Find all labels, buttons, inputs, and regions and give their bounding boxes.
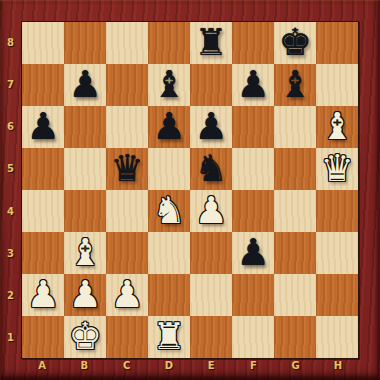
square-c6[interactable] [106,106,148,148]
black-knight-e5: ♞ [194,150,227,187]
square-h7[interactable] [316,64,358,106]
square-d2[interactable] [148,274,190,316]
square-d6[interactable]: ♟ [148,106,190,148]
black-pawn-f3: ♟ [236,234,269,271]
square-a4[interactable] [22,190,64,232]
square-g1[interactable] [274,316,316,358]
square-f4[interactable] [232,190,274,232]
square-g2[interactable] [274,274,316,316]
black-pawn-d6: ♟ [152,108,185,145]
square-e3[interactable] [190,232,232,274]
rank-label-4: 4 [0,190,21,232]
square-g6[interactable] [274,106,316,148]
rank-label-6: 6 [0,106,21,148]
rank-label-1: 1 [0,317,21,359]
square-h3[interactable] [316,232,358,274]
square-g5[interactable] [274,148,316,190]
chess-diagram: 87654321 ABCDEFGH ♜♚♟♝♟♝♟♟♟♝♛♞♛♞♟♝♟♟♟♟♚♜ [0,0,380,380]
black-bishop-d7: ♝ [152,66,185,103]
square-h6[interactable]: ♝ [316,106,358,148]
square-c3[interactable] [106,232,148,274]
file-label-f: F [232,357,274,373]
white-bishop-b3: ♝ [68,234,101,271]
rank-label-5: 5 [0,148,21,190]
white-bishop-h6: ♝ [320,108,353,145]
square-h4[interactable] [316,190,358,232]
square-h5[interactable]: ♛ [316,148,358,190]
file-label-a: A [21,357,63,373]
file-label-c: C [106,357,148,373]
square-f3[interactable]: ♟ [232,232,274,274]
square-a8[interactable] [22,22,64,64]
rank-label-7: 7 [0,63,21,105]
square-d8[interactable] [148,22,190,64]
square-a2[interactable]: ♟ [22,274,64,316]
black-pawn-b7: ♟ [68,66,101,103]
square-b1[interactable]: ♚ [64,316,106,358]
square-f6[interactable] [232,106,274,148]
black-queen-c5: ♛ [110,150,143,187]
white-pawn-e4: ♟ [194,192,227,229]
square-e1[interactable] [190,316,232,358]
square-b8[interactable] [64,22,106,64]
square-f8[interactable] [232,22,274,64]
square-g7[interactable]: ♝ [274,64,316,106]
square-b5[interactable] [64,148,106,190]
white-queen-h5: ♛ [320,150,353,187]
chess-board: ♜♚♟♝♟♝♟♟♟♝♛♞♛♞♟♝♟♟♟♟♚♜ [21,21,359,359]
rank-label-2: 2 [0,275,21,317]
rank-labels: 87654321 [0,21,21,359]
file-labels: ABCDEFGH [21,357,359,373]
square-h2[interactable] [316,274,358,316]
square-a3[interactable] [22,232,64,274]
white-pawn-c2: ♟ [110,276,143,313]
square-b7[interactable]: ♟ [64,64,106,106]
square-b4[interactable] [64,190,106,232]
square-e6[interactable]: ♟ [190,106,232,148]
square-g8[interactable]: ♚ [274,22,316,64]
square-c5[interactable]: ♛ [106,148,148,190]
square-e5[interactable]: ♞ [190,148,232,190]
square-h1[interactable] [316,316,358,358]
square-h8[interactable] [316,22,358,64]
file-label-b: B [63,357,105,373]
rank-label-8: 8 [0,21,21,63]
white-knight-d4: ♞ [152,192,185,229]
square-f1[interactable] [232,316,274,358]
black-pawn-f7: ♟ [236,66,269,103]
square-g3[interactable] [274,232,316,274]
square-e8[interactable]: ♜ [190,22,232,64]
file-label-e: E [190,357,232,373]
square-b2[interactable]: ♟ [64,274,106,316]
square-a5[interactable] [22,148,64,190]
square-f7[interactable]: ♟ [232,64,274,106]
file-label-g: G [275,357,317,373]
white-rook-d1: ♜ [152,318,185,355]
square-d5[interactable] [148,148,190,190]
square-a7[interactable] [22,64,64,106]
square-b3[interactable]: ♝ [64,232,106,274]
square-b6[interactable] [64,106,106,148]
square-c7[interactable] [106,64,148,106]
black-bishop-g7: ♝ [278,66,311,103]
square-c1[interactable] [106,316,148,358]
square-c8[interactable] [106,22,148,64]
square-f2[interactable] [232,274,274,316]
white-pawn-b2: ♟ [68,276,101,313]
black-king-g8: ♚ [278,24,311,61]
black-pawn-e6: ♟ [194,108,227,145]
square-e4[interactable]: ♟ [190,190,232,232]
square-d7[interactable]: ♝ [148,64,190,106]
square-d3[interactable] [148,232,190,274]
white-pawn-a2: ♟ [26,276,59,313]
square-a6[interactable]: ♟ [22,106,64,148]
square-d4[interactable]: ♞ [148,190,190,232]
square-c4[interactable] [106,190,148,232]
file-label-d: D [148,357,190,373]
square-e7[interactable] [190,64,232,106]
rank-label-3: 3 [0,232,21,274]
square-d1[interactable]: ♜ [148,316,190,358]
white-king-b1: ♚ [68,318,101,355]
black-pawn-a6: ♟ [26,108,59,145]
square-c2[interactable]: ♟ [106,274,148,316]
square-g4[interactable] [274,190,316,232]
file-label-h: H [317,357,359,373]
square-e2[interactable] [190,274,232,316]
square-a1[interactable] [22,316,64,358]
black-rook-e8: ♜ [194,24,227,61]
square-f5[interactable] [232,148,274,190]
